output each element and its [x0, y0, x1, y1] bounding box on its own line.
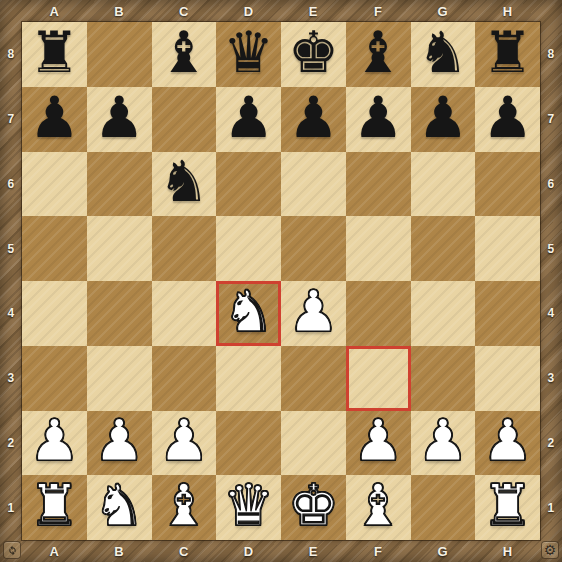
flip-board-button[interactable] — [3, 541, 21, 559]
rank-label-left-5: 5 — [0, 216, 22, 281]
white-pawn[interactable]: ♟ — [158, 412, 209, 469]
white-pawn[interactable]: ♟ — [353, 412, 404, 469]
file-label-bottom-c: C — [152, 540, 217, 562]
square-h4[interactable] — [475, 281, 540, 346]
rank-label-right-4: 4 — [540, 281, 562, 346]
chess-board-frame: ABCDEFGH ABCDEFGH 87654321 87654321 ♜♝♛♚… — [0, 0, 562, 562]
square-a3[interactable] — [22, 346, 87, 411]
file-label-bottom-h: H — [475, 540, 540, 562]
black-knight[interactable]: ♞ — [417, 24, 468, 81]
black-rook[interactable]: ♜ — [29, 24, 80, 81]
white-king[interactable]: ♚ — [288, 477, 339, 534]
black-knight[interactable]: ♞ — [158, 153, 209, 210]
square-f8[interactable]: ♝ — [346, 22, 411, 87]
square-b8[interactable] — [87, 22, 152, 87]
file-label-bottom-b: B — [87, 540, 152, 562]
white-pawn[interactable]: ♟ — [417, 412, 468, 469]
rank-label-right-5: 5 — [540, 216, 562, 281]
black-bishop[interactable]: ♝ — [158, 24, 209, 81]
black-queen[interactable]: ♛ — [223, 24, 274, 81]
square-b4[interactable] — [87, 281, 152, 346]
square-c4[interactable] — [152, 281, 217, 346]
white-knight[interactable]: ♞ — [94, 477, 145, 534]
chess-board: ♜♝♛♚♝♞♜♟♟♟♟♟♟♟♞♞♟♟♟♟♟♟♟♜♞♝♛♚♝♜ — [22, 22, 540, 540]
file-label-top-g: G — [411, 0, 476, 22]
square-f2[interactable]: ♟ — [346, 411, 411, 476]
square-d2[interactable] — [216, 411, 281, 476]
rank-labels-left: 87654321 — [0, 22, 22, 540]
black-king[interactable]: ♚ — [288, 24, 339, 81]
file-label-top-f: F — [346, 0, 411, 22]
white-queen[interactable]: ♛ — [223, 477, 274, 534]
square-d8[interactable]: ♛ — [216, 22, 281, 87]
square-e1[interactable]: ♚ — [281, 475, 346, 540]
square-e7[interactable]: ♟ — [281, 87, 346, 152]
square-a4[interactable] — [22, 281, 87, 346]
file-label-bottom-e: E — [281, 540, 346, 562]
square-a2[interactable]: ♟ — [22, 411, 87, 476]
square-c7[interactable] — [152, 87, 217, 152]
white-knight[interactable]: ♞ — [223, 283, 274, 340]
white-pawn[interactable]: ♟ — [482, 412, 533, 469]
square-c8[interactable]: ♝ — [152, 22, 217, 87]
file-label-bottom-f: F — [346, 540, 411, 562]
white-rook[interactable]: ♜ — [482, 477, 533, 534]
file-label-bottom-a: A — [22, 540, 87, 562]
file-label-top-h: H — [475, 0, 540, 22]
square-b7[interactable]: ♟ — [87, 87, 152, 152]
white-pawn[interactable]: ♟ — [29, 412, 80, 469]
square-h3[interactable] — [475, 346, 540, 411]
white-pawn[interactable]: ♟ — [288, 283, 339, 340]
square-d5[interactable] — [216, 216, 281, 281]
file-label-top-a: A — [22, 0, 87, 22]
square-g3[interactable] — [411, 346, 476, 411]
black-pawn[interactable]: ♟ — [94, 89, 145, 146]
square-a1[interactable]: ♜ — [22, 475, 87, 540]
square-b3[interactable] — [87, 346, 152, 411]
black-rook[interactable]: ♜ — [482, 24, 533, 81]
rank-labels-right: 87654321 — [540, 22, 562, 540]
square-h8[interactable]: ♜ — [475, 22, 540, 87]
square-f5[interactable] — [346, 216, 411, 281]
square-g4[interactable] — [411, 281, 476, 346]
square-c1[interactable]: ♝ — [152, 475, 217, 540]
square-a6[interactable] — [22, 152, 87, 217]
black-pawn[interactable]: ♟ — [417, 89, 468, 146]
square-c3[interactable] — [152, 346, 217, 411]
rank-label-right-1: 1 — [540, 475, 562, 540]
square-b6[interactable] — [87, 152, 152, 217]
square-g1[interactable] — [411, 475, 476, 540]
rank-label-left-7: 7 — [0, 87, 22, 152]
file-label-top-c: C — [152, 0, 217, 22]
square-b5[interactable] — [87, 216, 152, 281]
square-b2[interactable]: ♟ — [87, 411, 152, 476]
square-h1[interactable]: ♜ — [475, 475, 540, 540]
black-pawn[interactable]: ♟ — [288, 89, 339, 146]
file-label-bottom-d: D — [216, 540, 281, 562]
white-bishop[interactable]: ♝ — [353, 477, 404, 534]
square-e4[interactable]: ♟ — [281, 281, 346, 346]
square-g2[interactable]: ♟ — [411, 411, 476, 476]
square-c2[interactable]: ♟ — [152, 411, 217, 476]
rank-label-left-3: 3 — [0, 346, 22, 411]
square-c5[interactable] — [152, 216, 217, 281]
square-e6[interactable] — [281, 152, 346, 217]
square-a7[interactable]: ♟ — [22, 87, 87, 152]
white-bishop[interactable]: ♝ — [158, 477, 209, 534]
square-f3[interactable] — [346, 346, 411, 411]
square-h7[interactable]: ♟ — [475, 87, 540, 152]
black-pawn[interactable]: ♟ — [223, 89, 274, 146]
rank-label-left-6: 6 — [0, 152, 22, 217]
file-label-top-e: E — [281, 0, 346, 22]
square-e3[interactable] — [281, 346, 346, 411]
square-f1[interactable]: ♝ — [346, 475, 411, 540]
file-labels-top: ABCDEFGH — [22, 0, 540, 22]
square-h2[interactable]: ♟ — [475, 411, 540, 476]
square-b1[interactable]: ♞ — [87, 475, 152, 540]
square-f7[interactable]: ♟ — [346, 87, 411, 152]
file-label-top-d: D — [216, 0, 281, 22]
file-labels-bottom: ABCDEFGH — [22, 540, 540, 562]
square-g5[interactable] — [411, 216, 476, 281]
black-pawn[interactable]: ♟ — [29, 89, 80, 146]
square-e8[interactable]: ♚ — [281, 22, 346, 87]
square-e2[interactable] — [281, 411, 346, 476]
black-pawn[interactable]: ♟ — [353, 89, 404, 146]
square-g8[interactable]: ♞ — [411, 22, 476, 87]
black-pawn[interactable]: ♟ — [482, 89, 533, 146]
white-pawn[interactable]: ♟ — [94, 412, 145, 469]
square-f4[interactable] — [346, 281, 411, 346]
rank-label-left-1: 1 — [0, 475, 22, 540]
gear-icon: ⚙ — [544, 543, 557, 557]
rank-label-left-4: 4 — [0, 281, 22, 346]
square-e5[interactable] — [281, 216, 346, 281]
rank-label-right-2: 2 — [540, 411, 562, 476]
square-d1[interactable]: ♛ — [216, 475, 281, 540]
square-a5[interactable] — [22, 216, 87, 281]
flip-board-icon — [6, 544, 19, 557]
square-f6[interactable] — [346, 152, 411, 217]
square-d3[interactable] — [216, 346, 281, 411]
rank-label-left-2: 2 — [0, 411, 22, 476]
black-bishop[interactable]: ♝ — [353, 24, 404, 81]
white-rook[interactable]: ♜ — [29, 477, 80, 534]
file-label-bottom-g: G — [411, 540, 476, 562]
square-h6[interactable] — [475, 152, 540, 217]
square-d7[interactable]: ♟ — [216, 87, 281, 152]
rank-label-right-3: 3 — [540, 346, 562, 411]
rank-label-left-8: 8 — [0, 22, 22, 87]
square-g7[interactable]: ♟ — [411, 87, 476, 152]
square-d4[interactable]: ♞ — [216, 281, 281, 346]
square-d6[interactable] — [216, 152, 281, 217]
square-a8[interactable]: ♜ — [22, 22, 87, 87]
settings-button[interactable]: ⚙ — [541, 541, 559, 559]
square-h5[interactable] — [475, 216, 540, 281]
square-c6[interactable]: ♞ — [152, 152, 217, 217]
rank-label-right-7: 7 — [540, 87, 562, 152]
square-g6[interactable] — [411, 152, 476, 217]
rank-label-right-8: 8 — [540, 22, 562, 87]
rank-label-right-6: 6 — [540, 152, 562, 217]
file-label-top-b: B — [87, 0, 152, 22]
